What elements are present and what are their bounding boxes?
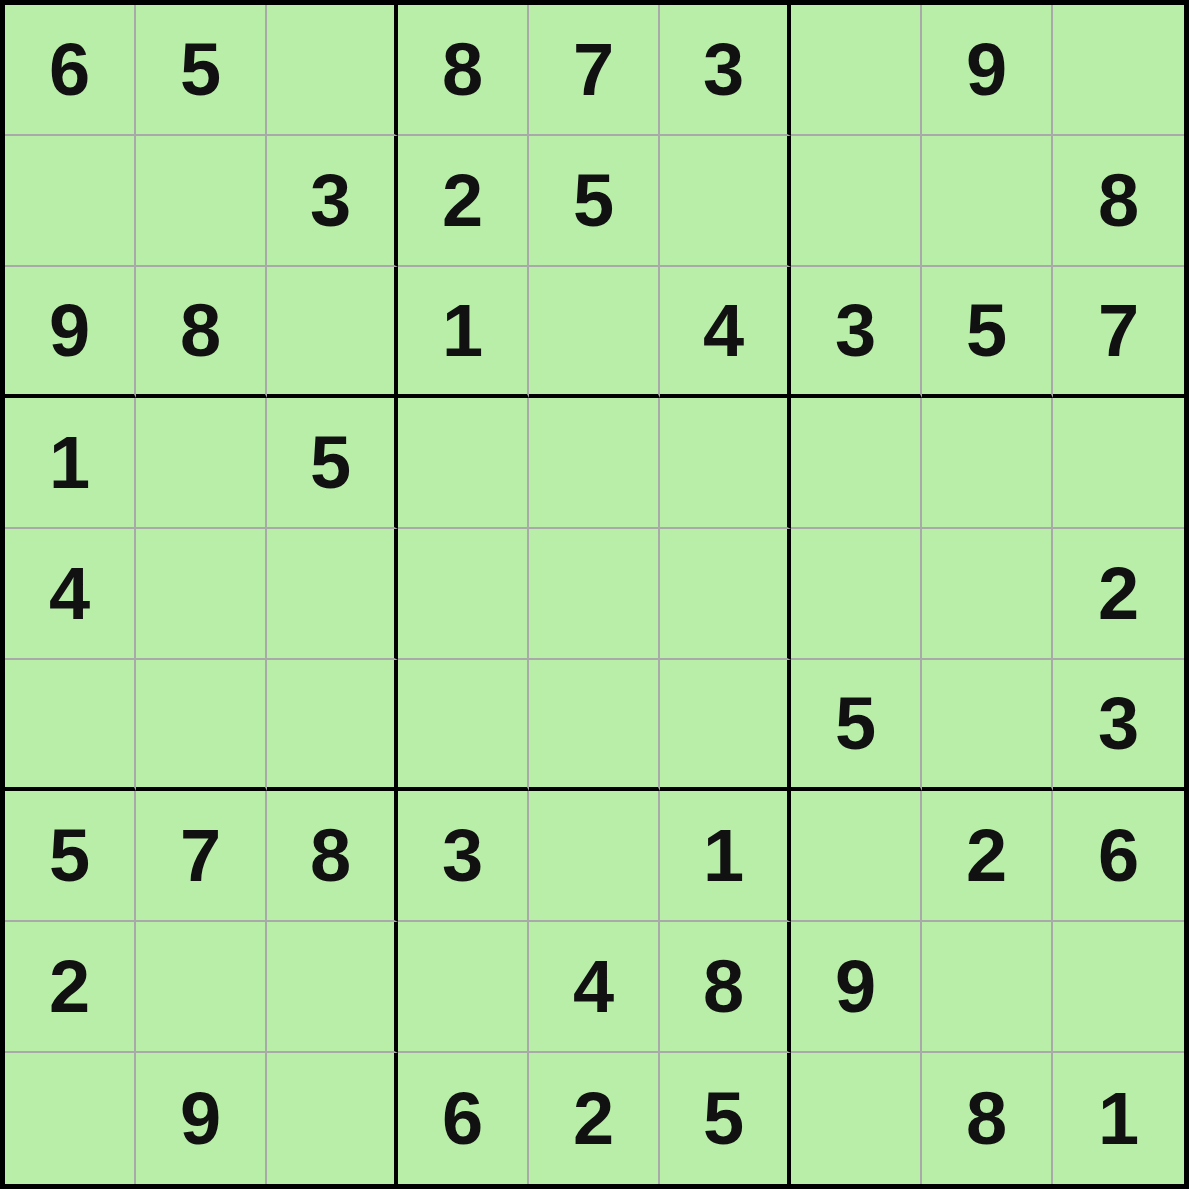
cell-r9c7[interactable] (791, 1053, 922, 1184)
cell-r9c4[interactable]: 6 (398, 1053, 529, 1184)
given-digit: 3 (442, 819, 483, 893)
cell-r6c5[interactable] (529, 660, 660, 791)
cell-r5c1[interactable]: 4 (5, 529, 136, 660)
cell-r2c2[interactable] (136, 136, 267, 267)
given-digit: 2 (573, 1082, 614, 1156)
given-digit: 4 (573, 950, 614, 1024)
cell-r3c6[interactable]: 4 (660, 267, 791, 398)
cell-r4c1[interactable]: 1 (5, 398, 136, 529)
given-digit: 3 (310, 164, 351, 238)
given-digit: 5 (966, 294, 1007, 368)
given-digit: 8 (442, 33, 483, 107)
cell-r2c3[interactable]: 3 (267, 136, 398, 267)
given-digit: 6 (442, 1082, 483, 1156)
cell-r2c8[interactable] (922, 136, 1053, 267)
given-digit: 1 (49, 426, 90, 500)
cell-r1c2[interactable]: 5 (136, 5, 267, 136)
cell-r4c3[interactable]: 5 (267, 398, 398, 529)
cell-r7c2[interactable]: 7 (136, 791, 267, 922)
given-digit: 5 (180, 33, 221, 107)
given-digit: 4 (703, 294, 744, 368)
given-digit: 8 (310, 819, 351, 893)
cell-r8c6[interactable]: 8 (660, 922, 791, 1053)
cell-r7c3[interactable]: 8 (267, 791, 398, 922)
cell-r5c3[interactable] (267, 529, 398, 660)
cell-r8c8[interactable] (922, 922, 1053, 1053)
given-digit: 5 (573, 164, 614, 238)
cell-r7c5[interactable] (529, 791, 660, 922)
cell-r7c6[interactable]: 1 (660, 791, 791, 922)
cell-r4c7[interactable] (791, 398, 922, 529)
cell-r8c4[interactable] (398, 922, 529, 1053)
cell-r9c8[interactable]: 8 (922, 1053, 1053, 1184)
cell-r3c3[interactable] (267, 267, 398, 398)
cell-r6c7[interactable]: 5 (791, 660, 922, 791)
cell-r1c1[interactable]: 6 (5, 5, 136, 136)
cell-r6c3[interactable] (267, 660, 398, 791)
given-digit: 7 (573, 33, 614, 107)
cell-r7c7[interactable] (791, 791, 922, 922)
given-digit: 5 (703, 1082, 744, 1156)
cell-r9c6[interactable]: 5 (660, 1053, 791, 1184)
given-digit: 1 (1098, 1082, 1139, 1156)
cell-r8c9[interactable] (1053, 922, 1184, 1053)
cell-r3c2[interactable]: 8 (136, 267, 267, 398)
given-digit: 6 (1098, 819, 1139, 893)
cell-r6c2[interactable] (136, 660, 267, 791)
cell-r1c8[interactable]: 9 (922, 5, 1053, 136)
cell-r9c2[interactable]: 9 (136, 1053, 267, 1184)
given-digit: 2 (966, 819, 1007, 893)
cell-r4c4[interactable] (398, 398, 529, 529)
cell-r2c1[interactable] (5, 136, 136, 267)
given-digit: 2 (49, 950, 90, 1024)
sudoku-board: 6587393258981435715425357831262489962581 (0, 0, 1189, 1189)
cell-r2c4[interactable]: 2 (398, 136, 529, 267)
given-digit: 1 (442, 294, 483, 368)
cell-r1c5[interactable]: 7 (529, 5, 660, 136)
cell-r5c2[interactable] (136, 529, 267, 660)
given-digit: 5 (835, 687, 876, 761)
given-digit: 2 (442, 164, 483, 238)
cell-r4c6[interactable] (660, 398, 791, 529)
cell-r1c4[interactable]: 8 (398, 5, 529, 136)
cell-r3c7[interactable]: 3 (791, 267, 922, 398)
given-digit: 1 (703, 819, 744, 893)
cell-r3c5[interactable] (529, 267, 660, 398)
cell-r3c8[interactable]: 5 (922, 267, 1053, 398)
cell-r9c9[interactable]: 1 (1053, 1053, 1184, 1184)
cell-r6c8[interactable] (922, 660, 1053, 791)
cell-r1c9[interactable] (1053, 5, 1184, 136)
cell-r5c9[interactable]: 2 (1053, 529, 1184, 660)
cell-r2c7[interactable] (791, 136, 922, 267)
given-digit: 8 (703, 950, 744, 1024)
cell-r9c5[interactable]: 2 (529, 1053, 660, 1184)
given-digit: 4 (49, 557, 90, 631)
cell-r4c8[interactable] (922, 398, 1053, 529)
cell-r5c7[interactable] (791, 529, 922, 660)
cell-r2c5[interactable]: 5 (529, 136, 660, 267)
cell-r3c9[interactable]: 7 (1053, 267, 1184, 398)
cell-r2c6[interactable] (660, 136, 791, 267)
given-digit: 6 (49, 33, 90, 107)
given-digit: 9 (966, 33, 1007, 107)
given-digit: 9 (835, 950, 876, 1024)
given-digit: 8 (1098, 164, 1139, 238)
given-digit: 3 (835, 294, 876, 368)
cell-r9c3[interactable] (267, 1053, 398, 1184)
cell-r5c4[interactable] (398, 529, 529, 660)
cell-r6c4[interactable] (398, 660, 529, 791)
given-digit: 7 (1098, 294, 1139, 368)
cell-r4c5[interactable] (529, 398, 660, 529)
given-digit: 7 (180, 819, 221, 893)
cell-r8c1[interactable]: 2 (5, 922, 136, 1053)
cell-r7c4[interactable]: 3 (398, 791, 529, 922)
given-digit: 9 (49, 294, 90, 368)
cell-r3c1[interactable]: 9 (5, 267, 136, 398)
cell-r7c1[interactable]: 5 (5, 791, 136, 922)
cell-r3c4[interactable]: 1 (398, 267, 529, 398)
cell-r6c6[interactable] (660, 660, 791, 791)
cell-r4c2[interactable] (136, 398, 267, 529)
cell-r5c6[interactable] (660, 529, 791, 660)
given-digit: 2 (1098, 557, 1139, 631)
cell-r6c1[interactable] (5, 660, 136, 791)
cell-r5c5[interactable] (529, 529, 660, 660)
given-digit: 5 (310, 426, 351, 500)
given-digit: 3 (703, 33, 744, 107)
cell-r9c1[interactable] (5, 1053, 136, 1184)
cell-r1c6[interactable]: 3 (660, 5, 791, 136)
given-digit: 5 (49, 819, 90, 893)
given-digit: 9 (180, 1082, 221, 1156)
cell-r6c9[interactable]: 3 (1053, 660, 1184, 791)
cell-r7c8[interactable]: 2 (922, 791, 1053, 922)
cell-r8c3[interactable] (267, 922, 398, 1053)
given-digit: 3 (1098, 687, 1139, 761)
cell-r8c7[interactable]: 9 (791, 922, 922, 1053)
cell-r1c7[interactable] (791, 5, 922, 136)
cell-r1c3[interactable] (267, 5, 398, 136)
cell-r5c8[interactable] (922, 529, 1053, 660)
cell-r7c9[interactable]: 6 (1053, 791, 1184, 922)
given-digit: 8 (966, 1082, 1007, 1156)
cell-r8c2[interactable] (136, 922, 267, 1053)
cell-r2c9[interactable]: 8 (1053, 136, 1184, 267)
given-digit: 8 (180, 294, 221, 368)
cell-r4c9[interactable] (1053, 398, 1184, 529)
cell-r8c5[interactable]: 4 (529, 922, 660, 1053)
